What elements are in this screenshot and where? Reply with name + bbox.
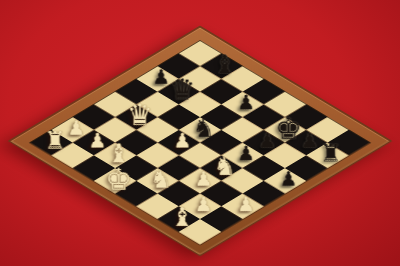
chess-board: ♝♟♚♟♜♟♛♟♞♟♟♛♟♞♟♟♟♟♝♞♟♜♚♝ <box>30 41 369 245</box>
piece-black-bishop-b8[interactable]: ♝ <box>210 49 240 79</box>
board-frame: ♝♟♚♟♜♟♛♟♞♟♟♛♟♞♟♟♟♟♝♞♟♜♚♝ <box>8 26 393 257</box>
chess-board-wrap: ♝♟♚♟♜♟♛♟♞♟♟♛♟♞♟♟♟♟♝♞♟♜♚♝ <box>8 26 393 257</box>
piece-white-queen-b4[interactable]: ♛ <box>125 100 155 130</box>
piece-white-rook-a1[interactable]: ♜ <box>40 126 70 156</box>
piece-black-rook-h7[interactable]: ♜ <box>316 138 346 168</box>
piece-white-knight-e2[interactable]: ♞ <box>146 164 176 194</box>
piece-white-pawn-d4[interactable]: ♟ <box>167 126 197 156</box>
square-a1[interactable]: ♜ <box>30 130 72 155</box>
piece-white-bishop-g1[interactable]: ♝ <box>167 202 197 232</box>
piece-white-king-d1[interactable]: ♚ <box>104 164 134 194</box>
piece-black-queen-b6[interactable]: ♛ <box>167 75 197 105</box>
piece-black-pawn-d7[interactable]: ♟ <box>231 87 261 117</box>
red-backdrop: ♝♟♚♟♜♟♛♟♞♟♟♛♟♞♟♟♟♟♝♞♟♜♚♝ <box>0 0 400 266</box>
piece-white-pawn-h3[interactable]: ♟ <box>231 189 261 219</box>
piece-black-pawn-h5[interactable]: ♟ <box>273 164 303 194</box>
